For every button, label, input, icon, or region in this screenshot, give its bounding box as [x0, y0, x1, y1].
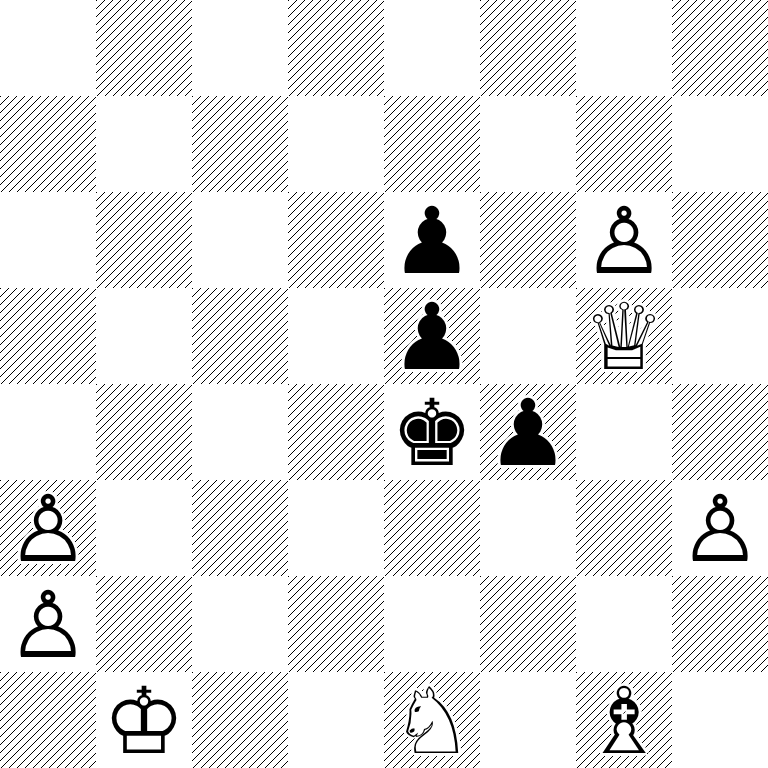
square-d5[interactable]	[288, 288, 384, 384]
square-h1[interactable]	[672, 672, 768, 768]
square-e8[interactable]	[384, 0, 480, 96]
square-c6[interactable]	[192, 192, 288, 288]
square-b8[interactable]	[96, 0, 192, 96]
square-h6[interactable]	[672, 192, 768, 288]
white-pawn: ♟♙	[0, 480, 96, 576]
square-b1[interactable]: ♚♔	[96, 672, 192, 768]
square-d7[interactable]	[288, 96, 384, 192]
square-h3[interactable]: ♟♙	[672, 480, 768, 576]
square-e4[interactable]: ♚♚	[384, 384, 480, 480]
square-c4[interactable]	[192, 384, 288, 480]
square-b3[interactable]	[96, 480, 192, 576]
square-g7[interactable]	[576, 96, 672, 192]
black-pawn: ♟♟	[384, 192, 480, 288]
square-a1[interactable]	[0, 672, 96, 768]
square-a3[interactable]: ♟♙	[0, 480, 96, 576]
white-pawn: ♟♙	[576, 192, 672, 288]
square-d3[interactable]	[288, 480, 384, 576]
square-d1[interactable]	[288, 672, 384, 768]
square-b2[interactable]	[96, 576, 192, 672]
square-g2[interactable]	[576, 576, 672, 672]
square-f7[interactable]	[480, 96, 576, 192]
square-d2[interactable]	[288, 576, 384, 672]
square-h2[interactable]	[672, 576, 768, 672]
square-a4[interactable]	[0, 384, 96, 480]
square-g5[interactable]: ♛♕	[576, 288, 672, 384]
square-a7[interactable]	[0, 96, 96, 192]
square-a5[interactable]	[0, 288, 96, 384]
square-h4[interactable]	[672, 384, 768, 480]
square-c7[interactable]	[192, 96, 288, 192]
square-f5[interactable]	[480, 288, 576, 384]
square-b4[interactable]	[96, 384, 192, 480]
square-f6[interactable]	[480, 192, 576, 288]
black-king: ♚♚	[384, 384, 480, 480]
square-e2[interactable]	[384, 576, 480, 672]
square-h7[interactable]	[672, 96, 768, 192]
black-pawn: ♟♟	[480, 384, 576, 480]
square-d8[interactable]	[288, 0, 384, 96]
square-e7[interactable]	[384, 96, 480, 192]
white-knight: ♞♘	[384, 672, 480, 768]
square-d4[interactable]	[288, 384, 384, 480]
square-f1[interactable]	[480, 672, 576, 768]
square-c1[interactable]	[192, 672, 288, 768]
square-e1[interactable]: ♞♘	[384, 672, 480, 768]
square-a6[interactable]	[0, 192, 96, 288]
square-e6[interactable]: ♟♟	[384, 192, 480, 288]
square-a2[interactable]: ♟♙	[0, 576, 96, 672]
square-g8[interactable]	[576, 0, 672, 96]
square-g1[interactable]: ♝♗	[576, 672, 672, 768]
square-c8[interactable]	[192, 0, 288, 96]
square-e3[interactable]	[384, 480, 480, 576]
square-e5[interactable]: ♟♟	[384, 288, 480, 384]
square-g3[interactable]	[576, 480, 672, 576]
square-b6[interactable]	[96, 192, 192, 288]
white-bishop: ♝♗	[576, 672, 672, 768]
square-c5[interactable]	[192, 288, 288, 384]
white-pawn: ♟♙	[672, 480, 768, 576]
white-king: ♚♔	[96, 672, 192, 768]
square-g6[interactable]: ♟♙	[576, 192, 672, 288]
square-h5[interactable]	[672, 288, 768, 384]
black-pawn: ♟♟	[384, 288, 480, 384]
white-queen: ♛♕	[576, 288, 672, 384]
square-f8[interactable]	[480, 0, 576, 96]
square-d6[interactable]	[288, 192, 384, 288]
square-b7[interactable]	[96, 96, 192, 192]
square-h8[interactable]	[672, 0, 768, 96]
square-f2[interactable]	[480, 576, 576, 672]
white-pawn: ♟♙	[0, 576, 96, 672]
square-b5[interactable]	[96, 288, 192, 384]
square-f4[interactable]: ♟♟	[480, 384, 576, 480]
square-c2[interactable]	[192, 576, 288, 672]
square-f3[interactable]	[480, 480, 576, 576]
chess-board: ♟♟♟♙♟♟♛♕♚♚♟♟♟♙♟♙♟♙♚♔♞♘♝♗	[0, 0, 768, 768]
square-g4[interactable]	[576, 384, 672, 480]
square-a8[interactable]	[0, 0, 96, 96]
square-c3[interactable]	[192, 480, 288, 576]
